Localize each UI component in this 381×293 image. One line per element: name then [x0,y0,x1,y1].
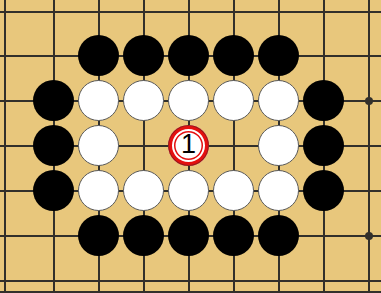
grid-line-vertical-8 [368,0,370,293]
black-stone [78,215,119,256]
white-stone [213,170,254,211]
black-stone [33,125,74,166]
black-stone [303,170,344,211]
black-stone [168,35,209,76]
black-stone [213,215,254,256]
grid-line-horizontal-0 [0,11,381,13]
black-stone [258,35,299,76]
star-point-1 [365,232,373,240]
white-stone [78,125,119,166]
black-stone [258,215,299,256]
black-stone [303,125,344,166]
go-diagram: 1 [0,0,381,293]
black-stone [78,35,119,76]
grid-line-vertical-0 [4,0,6,293]
white-stone [168,80,209,121]
white-stone [258,125,299,166]
white-stone [78,80,119,121]
grid-line-horizontal-6 [0,280,381,282]
white-stone [123,80,164,121]
marked-stone-move-1: 1 [168,125,209,166]
black-stone [168,215,209,256]
move-number: 1 [181,131,196,158]
black-stone [213,35,254,76]
white-stone [168,170,209,211]
star-point-0 [365,97,373,105]
white-stone [258,80,299,121]
white-stone [78,170,119,211]
white-stone [213,80,254,121]
go-board[interactable]: 1 [0,0,381,293]
white-stone [123,170,164,211]
black-stone [303,80,344,121]
black-stone [123,35,164,76]
white-stone [258,170,299,211]
black-stone [123,215,164,256]
black-stone [33,80,74,121]
black-stone [33,170,74,211]
